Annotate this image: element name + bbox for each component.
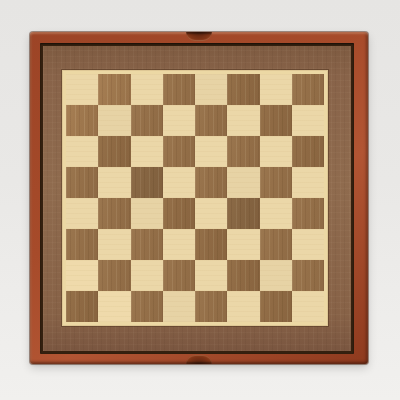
square-g3[interactable] <box>260 229 292 260</box>
square-a2[interactable] <box>66 260 98 291</box>
square-c7[interactable] <box>131 105 163 136</box>
square-g2[interactable] <box>260 260 292 291</box>
square-a8[interactable] <box>66 74 98 105</box>
square-c1[interactable] <box>131 291 163 322</box>
square-b2[interactable] <box>98 260 130 291</box>
square-e2[interactable] <box>195 260 227 291</box>
square-f6[interactable] <box>227 136 259 167</box>
square-c6[interactable] <box>131 136 163 167</box>
square-a4[interactable] <box>66 198 98 229</box>
square-f5[interactable] <box>227 167 259 198</box>
square-b8[interactable] <box>98 74 130 105</box>
square-d4[interactable] <box>163 198 195 229</box>
square-b1[interactable] <box>98 291 130 322</box>
square-b3[interactable] <box>98 229 130 260</box>
maple-pinstripe-inlay <box>62 70 328 326</box>
photo-background <box>0 0 400 400</box>
square-f3[interactable] <box>227 229 259 260</box>
square-d3[interactable] <box>163 229 195 260</box>
square-f8[interactable] <box>227 74 259 105</box>
square-e7[interactable] <box>195 105 227 136</box>
square-c8[interactable] <box>131 74 163 105</box>
square-f1[interactable] <box>227 291 259 322</box>
square-a7[interactable] <box>66 105 98 136</box>
square-f7[interactable] <box>227 105 259 136</box>
square-e3[interactable] <box>195 229 227 260</box>
square-f4[interactable] <box>227 198 259 229</box>
square-h1[interactable] <box>292 291 324 322</box>
square-g7[interactable] <box>260 105 292 136</box>
square-h7[interactable] <box>292 105 324 136</box>
square-d7[interactable] <box>163 105 195 136</box>
square-d8[interactable] <box>163 74 195 105</box>
square-c2[interactable] <box>131 260 163 291</box>
square-a1[interactable] <box>66 291 98 322</box>
square-h6[interactable] <box>292 136 324 167</box>
square-c4[interactable] <box>131 198 163 229</box>
square-g4[interactable] <box>260 198 292 229</box>
square-d1[interactable] <box>163 291 195 322</box>
square-a6[interactable] <box>66 136 98 167</box>
square-g8[interactable] <box>260 74 292 105</box>
square-d5[interactable] <box>163 167 195 198</box>
square-h5[interactable] <box>292 167 324 198</box>
walnut-border-frame <box>43 46 351 351</box>
square-c5[interactable] <box>131 167 163 198</box>
chess-board-box <box>30 32 368 364</box>
square-e1[interactable] <box>195 291 227 322</box>
square-d6[interactable] <box>163 136 195 167</box>
square-d2[interactable] <box>163 260 195 291</box>
square-f2[interactable] <box>227 260 259 291</box>
square-h2[interactable] <box>292 260 324 291</box>
square-g6[interactable] <box>260 136 292 167</box>
square-e5[interactable] <box>195 167 227 198</box>
square-h4[interactable] <box>292 198 324 229</box>
square-b6[interactable] <box>98 136 130 167</box>
square-h8[interactable] <box>292 74 324 105</box>
square-e4[interactable] <box>195 198 227 229</box>
square-b4[interactable] <box>98 198 130 229</box>
square-g1[interactable] <box>260 291 292 322</box>
square-a5[interactable] <box>66 167 98 198</box>
square-c3[interactable] <box>131 229 163 260</box>
square-e8[interactable] <box>195 74 227 105</box>
square-g5[interactable] <box>260 167 292 198</box>
square-e6[interactable] <box>195 136 227 167</box>
chess-board-grid <box>66 74 324 322</box>
square-a3[interactable] <box>66 229 98 260</box>
finger-notch-top <box>186 32 212 41</box>
square-h3[interactable] <box>292 229 324 260</box>
square-b5[interactable] <box>98 167 130 198</box>
finger-notch-bottom <box>186 355 212 364</box>
square-b7[interactable] <box>98 105 130 136</box>
board-recess <box>40 43 354 354</box>
